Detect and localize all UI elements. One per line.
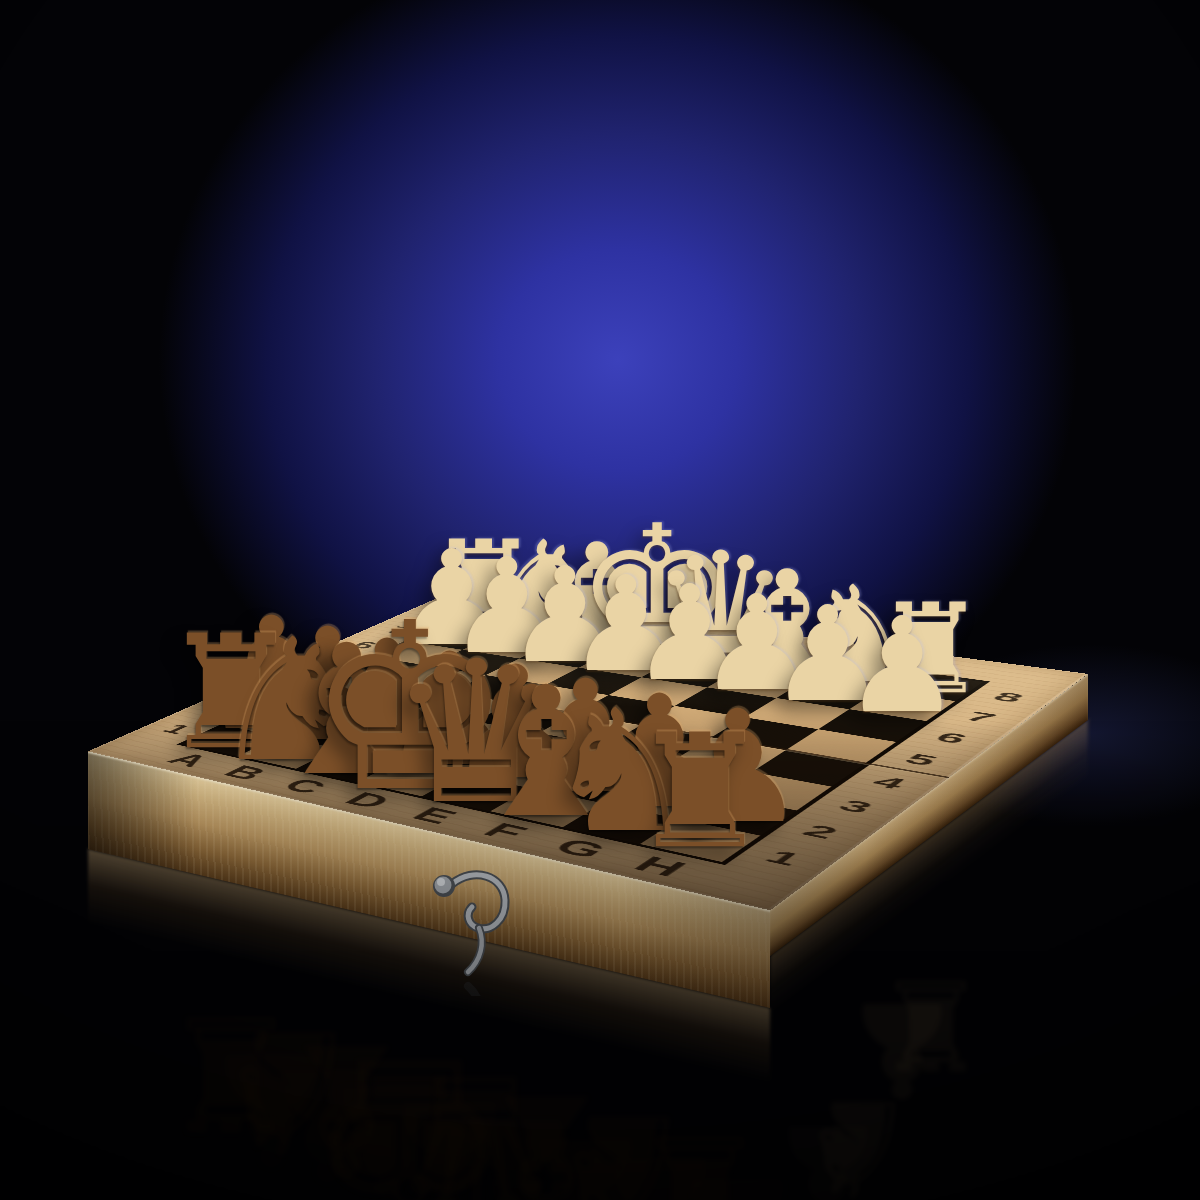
piece-reflection: ♝ [723, 1192, 850, 1200]
rank-label-right-8: 8 [987, 689, 1030, 705]
rank-label-right-5: 5 [898, 750, 944, 769]
piece-reflection: ♟ [843, 984, 961, 1115]
piece-reflection: ♞ [797, 1080, 917, 1200]
metal-clasp-icon [408, 846, 528, 996]
piece-reflection: ♟ [317, 1062, 456, 1200]
rank-label-right-3: 3 [831, 796, 880, 817]
light-pawn-h7: ♟ [843, 600, 961, 731]
piece-reflection: ♛ [388, 1047, 564, 1200]
piece-reflection: ♞ [545, 1090, 696, 1200]
piece-reflection: ♟ [668, 1155, 807, 1200]
piece-reflection: ♜ [875, 962, 986, 1086]
piece-reflection: ♞ [212, 1005, 363, 1174]
piece-reflection: ♟ [446, 1096, 585, 1200]
dark-rook-h1: ♜ [630, 714, 771, 871]
piece-reflection: ♟ [516, 1115, 655, 1200]
piece-reflection: ♚ [306, 1024, 513, 1200]
product-photo-scene: ABCDEFGH1122334455667788 ♜♜♞♞♝♝♚♚♛♛♝♝♞♞♜… [0, 0, 1200, 1200]
piece-reflection: ♟ [258, 1046, 397, 1200]
rank-label-right-4: 4 [866, 773, 914, 793]
piece-reflection: ♝ [466, 1069, 627, 1200]
piece-reflection: ♜ [161, 993, 302, 1150]
piece-reflection: ♜ [630, 1112, 771, 1200]
piece-reflection: ♟ [380, 1078, 519, 1200]
piece-reflection: ♝ [266, 1018, 427, 1198]
piece-reflection: ♟ [202, 1031, 341, 1186]
piece-reflection: ♟ [590, 1134, 729, 1200]
piece-reflection: ♟ [769, 1106, 887, 1200]
